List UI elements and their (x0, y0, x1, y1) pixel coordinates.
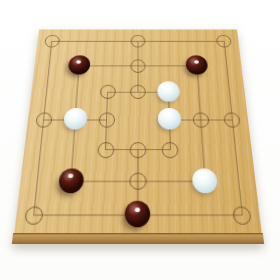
black-piece[interactable] (186, 56, 209, 75)
white-piece[interactable] (192, 168, 218, 193)
point-ring (130, 85, 146, 99)
point-f2[interactable] (187, 165, 223, 198)
point-g1[interactable] (223, 198, 261, 233)
point-d2[interactable] (121, 165, 155, 198)
point-ring (24, 206, 44, 224)
point-b6[interactable] (63, 53, 94, 78)
point-a7[interactable] (36, 29, 67, 53)
point-c3[interactable] (88, 135, 122, 166)
black-piece[interactable] (125, 201, 151, 227)
photo-background (0, 0, 280, 280)
point-c4[interactable] (90, 106, 122, 135)
point-ring (99, 85, 115, 99)
point-ring (232, 206, 252, 224)
point-ring (131, 35, 146, 48)
point-d7[interactable] (123, 29, 152, 53)
board-perspective-wrapper (28, 13, 248, 227)
point-ring (98, 113, 115, 128)
point-d3[interactable] (121, 135, 154, 166)
point-ring (129, 173, 146, 190)
point-e4[interactable] (153, 106, 185, 135)
point-a1[interactable] (14, 198, 52, 233)
point-a4[interactable] (26, 106, 60, 135)
white-piece[interactable] (157, 81, 180, 101)
point-ring (97, 142, 114, 158)
morris-board (14, 29, 261, 233)
point-d1[interactable] (120, 198, 155, 233)
point-ring (224, 113, 242, 128)
point-g7[interactable] (209, 29, 240, 53)
point-ring (130, 59, 145, 72)
point-ring (35, 113, 53, 128)
black-piece[interactable] (58, 168, 84, 193)
point-ring (44, 35, 60, 48)
white-piece[interactable] (158, 108, 182, 130)
black-piece[interactable] (67, 56, 90, 75)
point-d5[interactable] (123, 79, 154, 106)
point-ring (192, 113, 209, 128)
white-piece[interactable] (63, 108, 87, 130)
point-g4[interactable] (215, 106, 249, 135)
point-ring (162, 142, 179, 158)
point-f6[interactable] (182, 53, 213, 78)
point-e3[interactable] (154, 135, 188, 166)
point-d6[interactable] (123, 53, 153, 78)
point-ring (130, 142, 147, 158)
point-ring (216, 35, 232, 48)
point-e5[interactable] (153, 79, 184, 106)
point-b2[interactable] (53, 165, 89, 198)
point-b4[interactable] (58, 106, 91, 135)
point-c5[interactable] (92, 79, 123, 106)
point-f4[interactable] (184, 106, 217, 135)
